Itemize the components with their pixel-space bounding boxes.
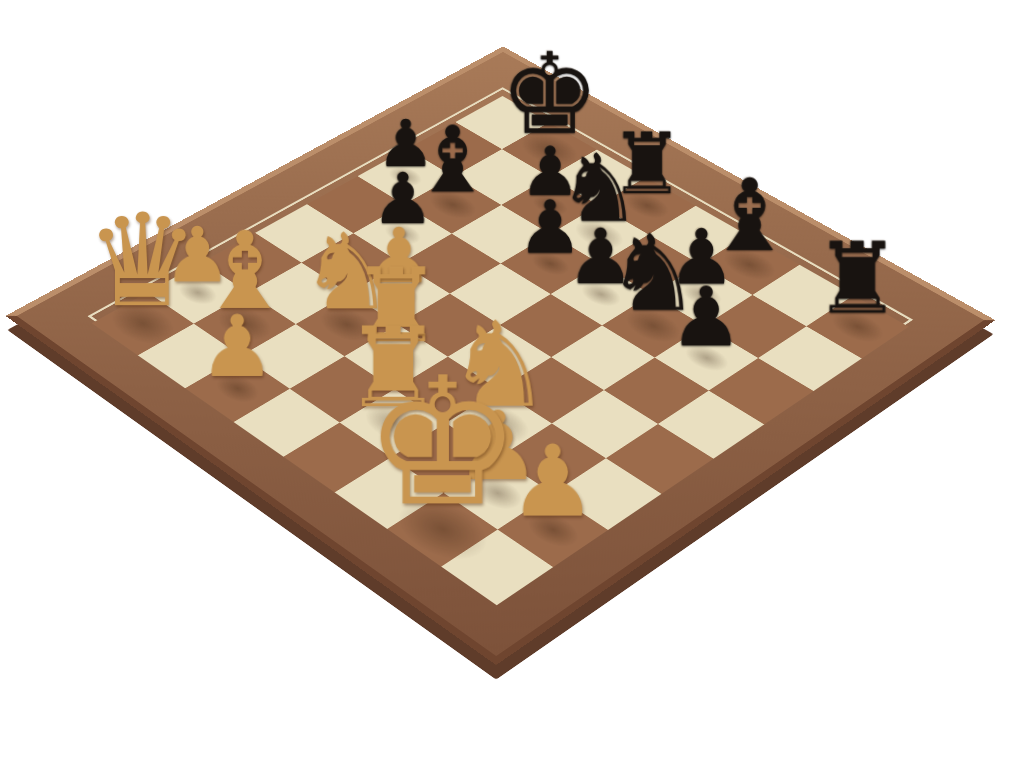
board-squares-grid: [92, 96, 909, 605]
board-frame: ♛♟♝♟♞♟♜♜♞♚♟♟♚♜♜♞♞♝♝♟♟♟♟♟♟♟: [5, 46, 995, 665]
chess-product-photo-scene: ♛♟♝♟♞♟♜♜♞♚♟♟♚♜♜♞♞♝♝♟♟♟♟♟♟♟: [0, 0, 1024, 768]
chess-board: ♛♟♝♟♞♟♜♜♞♚♟♟♚♜♜♞♞♝♝♟♟♟♟♟♟♟: [5, 46, 995, 665]
